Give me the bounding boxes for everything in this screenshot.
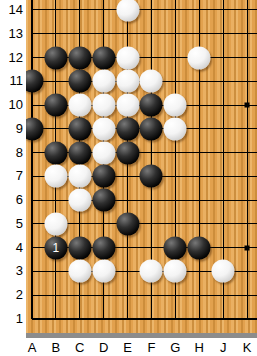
intersection-B2[interactable] bbox=[44, 283, 68, 307]
intersection-J14[interactable] bbox=[211, 0, 235, 22]
intersection-G4[interactable] bbox=[163, 236, 187, 260]
intersection-K5[interactable] bbox=[235, 212, 257, 236]
intersection-D12[interactable] bbox=[92, 46, 116, 70]
black-stone bbox=[140, 94, 163, 117]
intersection-G5[interactable] bbox=[163, 212, 187, 236]
column-label-F: F bbox=[143, 340, 161, 355]
move-number-label: 1 bbox=[44, 236, 67, 259]
intersection-G14[interactable] bbox=[163, 0, 187, 22]
intersection-K2[interactable] bbox=[235, 283, 257, 307]
black-stone: 1 bbox=[44, 236, 67, 259]
intersection-E12[interactable] bbox=[116, 46, 140, 70]
white-stone bbox=[68, 189, 91, 212]
intersection-G10[interactable] bbox=[163, 93, 187, 117]
white-stone bbox=[92, 117, 115, 140]
intersection-G11[interactable] bbox=[163, 69, 187, 93]
intersection-F8[interactable] bbox=[140, 141, 164, 165]
intersection-J10[interactable] bbox=[211, 93, 235, 117]
intersection-E8[interactable] bbox=[116, 141, 140, 165]
intersection-H13[interactable] bbox=[187, 22, 211, 46]
white-stone bbox=[164, 260, 187, 283]
intersection-F11[interactable] bbox=[140, 69, 164, 93]
intersection-G1[interactable] bbox=[163, 307, 187, 331]
intersection-A10[interactable] bbox=[26, 93, 44, 117]
intersection-E11[interactable] bbox=[116, 69, 140, 93]
intersection-H10[interactable] bbox=[187, 93, 211, 117]
white-stone bbox=[116, 94, 139, 117]
intersection-K11[interactable] bbox=[235, 69, 257, 93]
intersection-H8[interactable] bbox=[187, 141, 211, 165]
intersection-B3[interactable] bbox=[44, 260, 68, 284]
intersection-G2[interactable] bbox=[163, 283, 187, 307]
intersection-B9[interactable] bbox=[44, 117, 68, 141]
intersection-K13[interactable] bbox=[235, 22, 257, 46]
row-label-3: 3 bbox=[1, 263, 23, 279]
intersection-E2[interactable] bbox=[116, 283, 140, 307]
intersection-J13[interactable] bbox=[211, 22, 235, 46]
intersection-B7[interactable] bbox=[44, 164, 68, 188]
intersection-B14[interactable] bbox=[44, 0, 68, 22]
intersection-A1[interactable] bbox=[26, 307, 44, 331]
intersection-A2[interactable] bbox=[26, 283, 44, 307]
star-point bbox=[245, 103, 250, 108]
intersection-C11[interactable] bbox=[68, 69, 92, 93]
black-stone bbox=[116, 117, 139, 140]
intersection-A8[interactable] bbox=[26, 141, 44, 165]
black-stone bbox=[188, 236, 211, 259]
white-stone bbox=[164, 117, 187, 140]
intersection-C2[interactable] bbox=[68, 283, 92, 307]
intersection-D6[interactable] bbox=[92, 188, 116, 212]
intersection-E9[interactable] bbox=[116, 117, 140, 141]
white-stone bbox=[68, 94, 91, 117]
black-stone bbox=[44, 141, 67, 164]
white-stone bbox=[44, 165, 67, 188]
black-stone bbox=[116, 212, 139, 235]
intersection-K7[interactable] bbox=[235, 164, 257, 188]
intersection-B8[interactable] bbox=[44, 141, 68, 165]
intersection-H12[interactable] bbox=[187, 46, 211, 70]
intersection-G12[interactable] bbox=[163, 46, 187, 70]
intersection-H3[interactable] bbox=[187, 260, 211, 284]
row-label-14: 14 bbox=[1, 2, 23, 18]
intersection-E4[interactable] bbox=[116, 236, 140, 260]
row-label-10: 10 bbox=[1, 97, 23, 113]
intersection-E14[interactable] bbox=[116, 0, 140, 22]
intersection-D5[interactable] bbox=[92, 212, 116, 236]
intersection-B4[interactable]: 1 bbox=[44, 236, 68, 260]
white-stone bbox=[92, 94, 115, 117]
intersection-F7[interactable] bbox=[140, 164, 164, 188]
intersection-D11[interactable] bbox=[92, 69, 116, 93]
intersection-G3[interactable] bbox=[163, 260, 187, 284]
intersection-E5[interactable] bbox=[116, 212, 140, 236]
intersection-C1[interactable] bbox=[68, 307, 92, 331]
white-stone bbox=[92, 70, 115, 93]
intersection-F3[interactable] bbox=[140, 260, 164, 284]
black-stone bbox=[68, 46, 91, 69]
intersection-E6[interactable] bbox=[116, 188, 140, 212]
intersection-B10[interactable] bbox=[44, 93, 68, 117]
column-label-A: A bbox=[23, 340, 41, 355]
intersection-A4[interactable] bbox=[26, 236, 44, 260]
intersection-F14[interactable] bbox=[140, 0, 164, 22]
column-label-B: B bbox=[47, 340, 65, 355]
intersection-B1[interactable] bbox=[44, 307, 68, 331]
black-stone bbox=[92, 189, 115, 212]
intersection-J2[interactable] bbox=[211, 283, 235, 307]
intersection-K14[interactable] bbox=[235, 0, 257, 22]
intersection-A3[interactable] bbox=[26, 260, 44, 284]
intersection-A7[interactable] bbox=[26, 164, 44, 188]
intersection-D7[interactable] bbox=[92, 164, 116, 188]
intersection-K12[interactable] bbox=[235, 46, 257, 70]
intersection-B5[interactable] bbox=[44, 212, 68, 236]
black-stone bbox=[92, 165, 115, 188]
intersection-F13[interactable] bbox=[140, 22, 164, 46]
intersection-F6[interactable] bbox=[140, 188, 164, 212]
intersection-D4[interactable] bbox=[92, 236, 116, 260]
row-label-5: 5 bbox=[1, 216, 23, 232]
intersection-C6[interactable] bbox=[68, 188, 92, 212]
intersection-C10[interactable] bbox=[68, 93, 92, 117]
black-stone bbox=[26, 70, 44, 93]
intersection-B13[interactable] bbox=[44, 22, 68, 46]
row-label-7: 7 bbox=[1, 168, 23, 184]
intersection-E7[interactable] bbox=[116, 164, 140, 188]
intersection-G7[interactable] bbox=[163, 164, 187, 188]
go-board-diagram: 1 1413121110987654321 ABCDEFGHJK bbox=[0, 0, 257, 356]
intersection-A11[interactable] bbox=[26, 69, 44, 93]
intersection-H4[interactable] bbox=[187, 236, 211, 260]
intersection-H2[interactable] bbox=[187, 283, 211, 307]
intersection-F1[interactable] bbox=[140, 307, 164, 331]
intersection-G6[interactable] bbox=[163, 188, 187, 212]
intersection-F5[interactable] bbox=[140, 212, 164, 236]
intersection-G8[interactable] bbox=[163, 141, 187, 165]
intersection-C3[interactable] bbox=[68, 260, 92, 284]
intersection-H6[interactable] bbox=[187, 188, 211, 212]
intersection-A9[interactable] bbox=[26, 117, 44, 141]
black-stone bbox=[92, 46, 115, 69]
black-stone bbox=[68, 70, 91, 93]
intersection-K6[interactable] bbox=[235, 188, 257, 212]
white-stone bbox=[188, 46, 211, 69]
intersection-E1[interactable] bbox=[116, 307, 140, 331]
intersection-F9[interactable] bbox=[140, 117, 164, 141]
intersection-B6[interactable] bbox=[44, 188, 68, 212]
column-label-H: H bbox=[190, 340, 208, 355]
column-labels-strip: ABCDEFGHJK bbox=[0, 338, 257, 356]
white-stone bbox=[164, 94, 187, 117]
intersection-D8[interactable] bbox=[92, 141, 116, 165]
intersection-F12[interactable] bbox=[140, 46, 164, 70]
column-label-E: E bbox=[119, 340, 137, 355]
intersection-H1[interactable] bbox=[187, 307, 211, 331]
intersection-C5[interactable] bbox=[68, 212, 92, 236]
white-stone bbox=[140, 70, 163, 93]
white-stone bbox=[116, 46, 139, 69]
intersection-E13[interactable] bbox=[116, 22, 140, 46]
intersection-B12[interactable] bbox=[44, 46, 68, 70]
row-label-13: 13 bbox=[1, 26, 23, 42]
column-label-J: J bbox=[214, 340, 232, 355]
intersection-F10[interactable] bbox=[140, 93, 164, 117]
intersection-J7[interactable] bbox=[211, 164, 235, 188]
black-stone bbox=[164, 236, 187, 259]
intersection-D14[interactable] bbox=[92, 0, 116, 22]
intersection-D3[interactable] bbox=[92, 260, 116, 284]
intersection-J3[interactable] bbox=[211, 260, 235, 284]
intersection-F4[interactable] bbox=[140, 236, 164, 260]
intersection-J1[interactable] bbox=[211, 307, 235, 331]
intersection-C14[interactable] bbox=[68, 0, 92, 22]
go-board: 1 bbox=[26, 0, 257, 333]
intersection-B11[interactable] bbox=[44, 69, 68, 93]
intersection-C13[interactable] bbox=[68, 22, 92, 46]
row-label-6: 6 bbox=[1, 192, 23, 208]
white-stone bbox=[68, 165, 91, 188]
board-grid: 1 bbox=[26, 0, 257, 331]
intersection-J9[interactable] bbox=[211, 117, 235, 141]
row-labels-strip: 1413121110987654321 bbox=[0, 0, 26, 356]
intersection-C12[interactable] bbox=[68, 46, 92, 70]
white-stone bbox=[44, 212, 67, 235]
column-label-G: G bbox=[166, 340, 184, 355]
intersection-G13[interactable] bbox=[163, 22, 187, 46]
intersection-A12[interactable] bbox=[26, 46, 44, 70]
intersection-J12[interactable] bbox=[211, 46, 235, 70]
intersection-A13[interactable] bbox=[26, 22, 44, 46]
intersection-D2[interactable] bbox=[92, 283, 116, 307]
intersection-G9[interactable] bbox=[163, 117, 187, 141]
black-stone bbox=[140, 117, 163, 140]
row-label-4: 4 bbox=[1, 240, 23, 256]
intersection-D9[interactable] bbox=[92, 117, 116, 141]
white-stone bbox=[116, 70, 139, 93]
intersection-A5[interactable] bbox=[26, 212, 44, 236]
row-label-9: 9 bbox=[1, 121, 23, 137]
intersection-K10[interactable] bbox=[235, 93, 257, 117]
row-label-1: 1 bbox=[1, 311, 23, 327]
intersection-J6[interactable] bbox=[211, 188, 235, 212]
intersection-D10[interactable] bbox=[92, 93, 116, 117]
intersection-K8[interactable] bbox=[235, 141, 257, 165]
white-stone bbox=[92, 141, 115, 164]
black-stone bbox=[68, 236, 91, 259]
white-stone bbox=[212, 260, 235, 283]
intersection-C8[interactable] bbox=[68, 141, 92, 165]
star-point bbox=[245, 245, 250, 250]
black-stone bbox=[68, 117, 91, 140]
intersection-E3[interactable] bbox=[116, 260, 140, 284]
black-stone bbox=[116, 141, 139, 164]
row-label-2: 2 bbox=[1, 287, 23, 303]
intersection-K3[interactable] bbox=[235, 260, 257, 284]
intersection-J11[interactable] bbox=[211, 69, 235, 93]
white-stone bbox=[116, 0, 139, 21]
intersection-H5[interactable] bbox=[187, 212, 211, 236]
intersection-D1[interactable] bbox=[92, 307, 116, 331]
intersection-J5[interactable] bbox=[211, 212, 235, 236]
white-stone bbox=[68, 260, 91, 283]
white-stone bbox=[92, 260, 115, 283]
intersection-D13[interactable] bbox=[92, 22, 116, 46]
black-stone bbox=[26, 117, 44, 140]
black-stone bbox=[140, 165, 163, 188]
column-label-D: D bbox=[95, 340, 113, 355]
intersection-K9[interactable] bbox=[235, 117, 257, 141]
intersection-H11[interactable] bbox=[187, 69, 211, 93]
intersection-E10[interactable] bbox=[116, 93, 140, 117]
intersection-K1[interactable] bbox=[235, 307, 257, 331]
row-label-11: 11 bbox=[1, 73, 23, 89]
row-label-12: 12 bbox=[1, 50, 23, 66]
intersection-F2[interactable] bbox=[140, 283, 164, 307]
intersection-C4[interactable] bbox=[68, 236, 92, 260]
intersection-A6[interactable] bbox=[26, 188, 44, 212]
white-stone bbox=[140, 260, 163, 283]
intersection-C9[interactable] bbox=[68, 117, 92, 141]
black-stone bbox=[68, 141, 91, 164]
intersection-A14[interactable] bbox=[26, 0, 44, 22]
intersection-H14[interactable] bbox=[187, 0, 211, 22]
intersection-C7[interactable] bbox=[68, 164, 92, 188]
intersection-H7[interactable] bbox=[187, 164, 211, 188]
column-label-K: K bbox=[238, 340, 256, 355]
intersection-H9[interactable] bbox=[187, 117, 211, 141]
black-stone bbox=[44, 46, 67, 69]
black-stone bbox=[44, 94, 67, 117]
row-label-8: 8 bbox=[1, 145, 23, 161]
intersection-J8[interactable] bbox=[211, 141, 235, 165]
intersection-J4[interactable] bbox=[211, 236, 235, 260]
black-stone bbox=[92, 236, 115, 259]
intersection-K4[interactable] bbox=[235, 236, 257, 260]
column-label-C: C bbox=[71, 340, 89, 355]
